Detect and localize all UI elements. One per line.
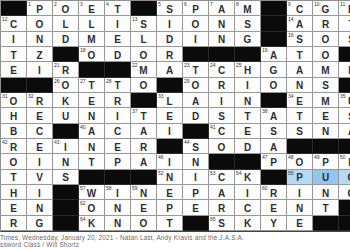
cell-letter: O bbox=[27, 19, 52, 30]
grid-cell[interactable]: R bbox=[1, 216, 27, 231]
black-cell bbox=[131, 93, 157, 108]
grid-cell[interactable]: 18O bbox=[79, 47, 105, 62]
cell-letter: K bbox=[235, 173, 260, 184]
cell-letter: O bbox=[313, 50, 338, 61]
cell-letter: T bbox=[79, 81, 104, 92]
grid-cell[interactable]: 50E bbox=[339, 154, 350, 169]
grid-cell[interactable]: I bbox=[235, 78, 261, 93]
grid-cell[interactable]: I bbox=[27, 154, 53, 169]
grid-cell[interactable]: N bbox=[235, 93, 261, 108]
grid-cell[interactable]: P bbox=[183, 185, 209, 200]
cell-letter: E bbox=[261, 203, 286, 214]
grid-cell[interactable]: E bbox=[105, 32, 131, 47]
cell-letter: C bbox=[105, 127, 130, 138]
grid-cell[interactable]: 7A bbox=[209, 1, 235, 16]
grid-cell[interactable]: 35U bbox=[339, 93, 350, 108]
black-cell bbox=[53, 124, 79, 139]
cell-letter: O bbox=[1, 157, 26, 168]
grid-cell[interactable]: 29O bbox=[183, 78, 209, 93]
grid-cell[interactable]: S bbox=[339, 32, 350, 47]
grid-cell[interactable]: N bbox=[209, 16, 235, 31]
cell-letter: T bbox=[105, 81, 130, 92]
cell-letter: O bbox=[79, 50, 104, 61]
grid-cell[interactable]: 22M bbox=[131, 62, 157, 77]
cell-letter: C bbox=[287, 4, 312, 15]
cell-letter: E bbox=[313, 111, 338, 122]
cell-letter: N bbox=[313, 188, 338, 199]
cell-letter: W bbox=[79, 188, 104, 199]
cell-letter: A bbox=[209, 4, 234, 15]
grid-cell[interactable]: E bbox=[131, 200, 157, 215]
cell-letter: Z bbox=[27, 50, 52, 61]
cell-letter: R bbox=[157, 50, 182, 61]
cell-letter: I bbox=[235, 188, 260, 199]
cell-letter: P bbox=[105, 157, 130, 168]
cell-letter: S bbox=[287, 127, 312, 138]
grid-cell[interactable]: N bbox=[53, 154, 79, 169]
cell-letter: N bbox=[27, 35, 52, 46]
grid-cell[interactable]: 16S bbox=[287, 32, 313, 47]
cell-letter: G bbox=[261, 65, 286, 76]
cell-letter: O bbox=[1, 96, 26, 107]
grid-cell[interactable]: E bbox=[27, 108, 53, 123]
cell-letter: S bbox=[131, 19, 156, 30]
grid-cell[interactable]: N bbox=[313, 185, 339, 200]
grid-cell[interactable]: I bbox=[105, 16, 131, 31]
grid-cell[interactable]: 59N bbox=[131, 185, 157, 200]
grid-cell[interactable]: E bbox=[27, 139, 53, 154]
grid-cell[interactable]: G bbox=[27, 216, 53, 231]
grid-cell[interactable]: S bbox=[339, 108, 350, 123]
cell-letter: T bbox=[157, 219, 182, 230]
grid-cell[interactable]: 9C bbox=[287, 1, 313, 16]
cell-letter: C bbox=[27, 127, 52, 138]
black-cell bbox=[53, 216, 79, 231]
grid-cell[interactable]: C bbox=[105, 124, 131, 139]
grid-cell[interactable]: E bbox=[1, 62, 27, 77]
cell-letter: D bbox=[105, 50, 130, 61]
grid-cell[interactable]: P bbox=[157, 200, 183, 215]
cell-letter: I bbox=[53, 142, 78, 153]
cell-letter: O bbox=[53, 4, 78, 15]
grid-cell[interactable]: 34E bbox=[287, 93, 313, 108]
cell-letter: R bbox=[209, 81, 234, 92]
grid-cell[interactable]: E bbox=[105, 139, 131, 154]
cell-letter: E bbox=[131, 203, 156, 214]
grid-cell[interactable]: T bbox=[235, 108, 261, 123]
grid-cell[interactable]: I bbox=[157, 16, 183, 31]
cell-letter: R bbox=[27, 96, 52, 107]
grid-cell[interactable]: N bbox=[105, 200, 131, 215]
grid-cell[interactable]: U bbox=[53, 108, 79, 123]
black-cell bbox=[79, 62, 105, 77]
grid-cell[interactable]: 48O bbox=[287, 154, 313, 169]
grid-cell[interactable]: O bbox=[183, 16, 209, 31]
grid-cell[interactable]: 55P bbox=[287, 170, 313, 185]
grid-cell[interactable]: A bbox=[131, 124, 157, 139]
grid-cell[interactable]: D bbox=[235, 139, 261, 154]
grid-cell[interactable]: S bbox=[53, 170, 79, 185]
grid-cell[interactable]: A bbox=[339, 124, 350, 139]
cell-letter: P bbox=[183, 4, 208, 15]
cell-letter: T bbox=[339, 19, 350, 30]
black-cell bbox=[105, 170, 131, 185]
grid-cell[interactable]: O bbox=[261, 78, 287, 93]
grid-cell[interactable]: R bbox=[313, 16, 339, 31]
grid-cell[interactable]: E bbox=[261, 200, 287, 215]
cell-letter: E bbox=[105, 35, 130, 46]
grid-cell[interactable]: E bbox=[235, 124, 261, 139]
grid-cell[interactable]: 46I bbox=[157, 154, 183, 169]
cell-letter: N bbox=[79, 111, 104, 122]
grid-cell[interactable]: I bbox=[183, 170, 209, 185]
cell-letter: O bbox=[209, 142, 234, 153]
grid-cell[interactable]: E bbox=[157, 185, 183, 200]
grid-cell[interactable]: R bbox=[209, 78, 235, 93]
cell-letter: P bbox=[183, 188, 208, 199]
cell-letter: I bbox=[105, 19, 130, 30]
black-cell bbox=[53, 185, 79, 200]
grid-cell[interactable]: N bbox=[79, 139, 105, 154]
grid-cell[interactable]: I bbox=[287, 185, 313, 200]
grid-cell[interactable]: B bbox=[1, 124, 27, 139]
cell-letter: A bbox=[287, 19, 312, 30]
grid-cell[interactable]: E bbox=[157, 108, 183, 123]
grid-cell[interactable]: E bbox=[339, 62, 350, 77]
cell-letter: O bbox=[131, 81, 156, 92]
grid-cell[interactable]: Y bbox=[261, 216, 287, 231]
cell-letter: M bbox=[313, 96, 338, 107]
black-cell bbox=[183, 124, 209, 139]
cell-letter: M bbox=[79, 35, 104, 46]
black-cell bbox=[105, 62, 131, 77]
cell-letter: S bbox=[157, 4, 182, 15]
grid-cell[interactable]: 1P bbox=[27, 1, 53, 16]
cell-letter: S bbox=[209, 219, 234, 230]
grid-cell[interactable]: L bbox=[79, 16, 105, 31]
cell-letter: N bbox=[209, 35, 234, 46]
grid-cell[interactable]: O bbox=[131, 78, 157, 93]
grid-cell[interactable]: 38A bbox=[261, 108, 287, 123]
grid-cell[interactable]: N bbox=[313, 124, 339, 139]
cell-letter: N bbox=[157, 173, 182, 184]
grid-cell[interactable]: A bbox=[209, 185, 235, 200]
cell-letter: U bbox=[53, 111, 78, 122]
grid-cell[interactable]: H bbox=[1, 108, 27, 123]
grid-cell[interactable]: A bbox=[131, 154, 157, 169]
grid-cell[interactable]: 26O bbox=[53, 78, 79, 93]
black-cell bbox=[261, 170, 287, 185]
grid-cell[interactable]: N bbox=[209, 32, 235, 47]
grid-cell[interactable]: S bbox=[261, 124, 287, 139]
grid-cell[interactable]: T bbox=[79, 154, 105, 169]
grid-cell[interactable]: T bbox=[157, 216, 183, 231]
cell-letter: D bbox=[53, 35, 78, 46]
black-cell bbox=[313, 216, 339, 231]
grid-cell[interactable]: N bbox=[79, 108, 105, 123]
grid-cell[interactable]: 13S bbox=[131, 16, 157, 31]
caption-line-1: Times, Wednesday, January 20, 2021 - Nat… bbox=[0, 234, 350, 241]
cell-letter: P bbox=[287, 173, 312, 184]
cell-letter: A bbox=[79, 127, 104, 138]
cell-letter: N bbox=[27, 203, 52, 214]
grid-cell[interactable]: S bbox=[313, 78, 339, 93]
grid-cell[interactable]: 10G bbox=[313, 1, 339, 16]
grid-cell[interactable]: 25H bbox=[235, 62, 261, 77]
grid-cell[interactable]: T bbox=[287, 47, 313, 62]
cell-letter: E bbox=[27, 142, 52, 153]
grid-cell[interactable]: N bbox=[287, 78, 313, 93]
grid-cell[interactable]: 23T bbox=[183, 62, 209, 77]
cell-letter: E bbox=[287, 96, 312, 107]
grid-cell[interactable]: R bbox=[105, 93, 131, 108]
cell-letter: H bbox=[1, 111, 26, 122]
black-cell bbox=[131, 1, 157, 16]
grid-cell[interactable]: R bbox=[209, 200, 235, 215]
cell-letter: P bbox=[157, 203, 182, 214]
black-cell bbox=[261, 16, 287, 31]
grid-cell[interactable]: 57W bbox=[79, 185, 105, 200]
grid-cell[interactable]: 14A bbox=[287, 16, 313, 31]
cell-letter: L bbox=[131, 35, 156, 46]
cell-letter: A bbox=[261, 142, 286, 153]
black-cell bbox=[157, 139, 183, 154]
grid-cell[interactable]: N bbox=[27, 32, 53, 47]
grid-cell[interactable]: Z bbox=[27, 47, 53, 62]
grid-cell[interactable]: 52N bbox=[157, 170, 183, 185]
grid-cell[interactable]: 54K bbox=[235, 170, 261, 185]
cell-letter: I bbox=[27, 157, 52, 168]
grid-cell[interactable]: 64K bbox=[79, 216, 105, 231]
grid-cell[interactable]: L bbox=[131, 32, 157, 47]
black-cell bbox=[339, 47, 350, 62]
cell-letter: N bbox=[105, 203, 130, 214]
grid-cell[interactable]: E bbox=[287, 216, 313, 231]
cell-letter: M bbox=[313, 65, 338, 76]
grid-cell[interactable]: A bbox=[183, 93, 209, 108]
cell-letter: G bbox=[27, 219, 52, 230]
cell-letter: E bbox=[105, 142, 130, 153]
grid-cell[interactable]: R bbox=[157, 47, 183, 62]
grid-cell[interactable]: I bbox=[105, 108, 131, 123]
grid-cell[interactable]: T bbox=[1, 47, 27, 62]
grid-cell[interactable]: 24C bbox=[209, 62, 235, 77]
grid-cell[interactable]: 31O bbox=[1, 93, 27, 108]
grid-cell[interactable]: I bbox=[183, 32, 209, 47]
grid-cell[interactable]: T bbox=[339, 16, 350, 31]
grid-cell[interactable]: M bbox=[313, 93, 339, 108]
grid-cell[interactable]: 21R bbox=[53, 62, 79, 77]
grid-cell[interactable]: O bbox=[1, 154, 27, 169]
cell-letter: L bbox=[53, 19, 78, 30]
grid-cell[interactable]: 5S bbox=[157, 1, 183, 16]
grid-cell[interactable]: N bbox=[287, 200, 313, 215]
grid-cell[interactable]: 3E bbox=[79, 1, 105, 16]
cell-letter: N bbox=[235, 96, 260, 107]
grid-cell[interactable]: 37T bbox=[131, 108, 157, 123]
black-cell bbox=[261, 32, 287, 47]
grid-cell[interactable]: 58I bbox=[105, 185, 131, 200]
cell-letter: K bbox=[79, 219, 104, 230]
grid-cell[interactable]: I bbox=[235, 185, 261, 200]
grid-cell[interactable]: O bbox=[27, 16, 53, 31]
grid-cell[interactable]: V bbox=[27, 170, 53, 185]
cell-letter: T bbox=[235, 111, 260, 122]
grid-cell[interactable]: 49P bbox=[313, 154, 339, 169]
cell-letter: D bbox=[235, 142, 260, 153]
grid-cell[interactable]: 4T bbox=[105, 1, 131, 16]
black-cell bbox=[339, 200, 350, 215]
cell-letter: E bbox=[235, 127, 260, 138]
grid-cell[interactable]: S bbox=[209, 108, 235, 123]
grid-cell[interactable]: G bbox=[261, 62, 287, 77]
cell-letter: E bbox=[339, 65, 350, 76]
grid-cell[interactable]: N bbox=[105, 216, 131, 231]
grid-cell[interactable]: D bbox=[53, 32, 79, 47]
grid-cell[interactable]: I bbox=[209, 93, 235, 108]
cell-letter: T bbox=[1, 173, 26, 184]
cell-letter: R bbox=[313, 19, 338, 30]
grid-cell[interactable]: A bbox=[261, 139, 287, 154]
cell-letter: O bbox=[287, 157, 312, 168]
cell-letter: N bbox=[287, 81, 312, 92]
cell-letter: O bbox=[53, 81, 78, 92]
cell-letter: S bbox=[261, 127, 286, 138]
grid-cell[interactable]: 11B bbox=[339, 1, 350, 16]
cell-letter: I bbox=[183, 173, 208, 184]
grid-cell[interactable]: K bbox=[235, 216, 261, 231]
grid-cell[interactable]: 62O bbox=[79, 200, 105, 215]
grid-cell[interactable]: I bbox=[27, 62, 53, 77]
grid-cell[interactable]: I bbox=[27, 185, 53, 200]
cell-letter: P bbox=[261, 157, 286, 168]
grid-cell[interactable]: O bbox=[313, 32, 339, 47]
grid-cell[interactable]: G bbox=[339, 185, 350, 200]
cell-letter: N bbox=[209, 19, 234, 30]
cell-letter: R bbox=[1, 142, 26, 153]
cell-letter: O bbox=[131, 50, 156, 61]
black-cell bbox=[235, 47, 261, 62]
grid-cell[interactable]: A bbox=[287, 62, 313, 77]
grid-cell[interactable]: 19A bbox=[261, 47, 287, 62]
grid-cell[interactable]: 33L bbox=[157, 93, 183, 108]
grid-cell[interactable]: 44S bbox=[183, 139, 209, 154]
grid-cell[interactable]: T bbox=[313, 200, 339, 215]
grid-cell[interactable]: I bbox=[1, 32, 27, 47]
grid-cell[interactable]: 27T bbox=[79, 78, 105, 93]
grid-cell[interactable]: O bbox=[131, 47, 157, 62]
cell-letter: C bbox=[209, 173, 234, 184]
grid-cell[interactable]: M bbox=[313, 62, 339, 77]
cell-letter: L bbox=[157, 96, 182, 107]
black-cell bbox=[261, 1, 287, 16]
grid-cell[interactable]: K bbox=[53, 93, 79, 108]
grid-cell[interactable]: E bbox=[79, 93, 105, 108]
cell-letter: L bbox=[79, 19, 104, 30]
cell-letter: S bbox=[235, 19, 260, 30]
cell-letter: E bbox=[287, 219, 312, 230]
grid-cell[interactable]: M bbox=[79, 32, 105, 47]
cell-letter: I bbox=[157, 157, 182, 168]
black-cell bbox=[235, 154, 261, 169]
grid-cell[interactable]: 28T bbox=[105, 78, 131, 93]
grid-cell[interactable]: G bbox=[235, 32, 261, 47]
grid-cell[interactable]: 8M bbox=[235, 1, 261, 16]
grid-cell[interactable]: 40A bbox=[79, 124, 105, 139]
grid-cell[interactable]: C bbox=[235, 200, 261, 215]
cell-letter: D bbox=[157, 35, 182, 46]
black-cell bbox=[339, 78, 350, 93]
grid-cell[interactable]: 6P bbox=[183, 1, 209, 16]
cell-letter: P bbox=[27, 4, 52, 15]
grid-cell[interactable]: 32R bbox=[27, 93, 53, 108]
grid-cell[interactable]: U bbox=[313, 170, 339, 185]
cell-letter: I bbox=[183, 35, 208, 46]
cell-letter: N bbox=[183, 157, 208, 168]
grid-cell[interactable]: A bbox=[157, 62, 183, 77]
grid-cell[interactable]: 43I bbox=[53, 139, 79, 154]
cell-letter: R bbox=[261, 188, 286, 199]
grid-cell[interactable]: 2O bbox=[53, 1, 79, 16]
grid-cell[interactable]: E bbox=[1, 200, 27, 215]
grid-cell[interactable]: C bbox=[27, 124, 53, 139]
cell-letter: N bbox=[313, 127, 338, 138]
grid-cell[interactable]: 42R bbox=[1, 139, 27, 154]
cell-letter: I bbox=[209, 96, 234, 107]
grid-cell[interactable]: 47P bbox=[261, 154, 287, 169]
grid-cell[interactable]: S bbox=[287, 124, 313, 139]
grid-cell[interactable]: 60R bbox=[261, 185, 287, 200]
grid-cell[interactable]: 12C bbox=[1, 16, 27, 31]
cell-letter: R bbox=[1, 219, 26, 230]
cell-letter: B bbox=[1, 127, 26, 138]
grid-cell[interactable]: E bbox=[313, 108, 339, 123]
grid-cell[interactable]: O bbox=[313, 47, 339, 62]
grid-cell[interactable]: L bbox=[53, 16, 79, 31]
cell-letter: A bbox=[131, 127, 156, 138]
grid-cell[interactable]: N bbox=[183, 154, 209, 169]
grid-cell[interactable]: N bbox=[27, 200, 53, 215]
cell-letter: T bbox=[183, 65, 208, 76]
black-cell bbox=[53, 200, 79, 215]
grid-cell[interactable]: G bbox=[339, 170, 350, 185]
puzzle-caption: Times, Wednesday, January 20, 2021 - Nat… bbox=[0, 234, 350, 249]
grid-cell[interactable]: D bbox=[183, 108, 209, 123]
grid-cell[interactable]: S bbox=[235, 16, 261, 31]
cell-letter: S bbox=[53, 173, 78, 184]
grid-cell[interactable]: T bbox=[1, 170, 27, 185]
grid-cell[interactable]: T bbox=[287, 108, 313, 123]
grid-cell[interactable]: 53C bbox=[209, 170, 235, 185]
grid-cell[interactable]: 41C bbox=[209, 124, 235, 139]
cell-letter: A bbox=[287, 65, 312, 76]
cell-letter: P bbox=[313, 157, 338, 168]
grid-cell[interactable]: O bbox=[209, 139, 235, 154]
grid-cell[interactable]: O bbox=[131, 216, 157, 231]
black-cell bbox=[209, 47, 235, 62]
grid-cell[interactable]: D bbox=[105, 47, 131, 62]
grid-cell[interactable]: R bbox=[131, 139, 157, 154]
grid-cell[interactable]: P bbox=[105, 154, 131, 169]
grid-cell[interactable]: E bbox=[183, 200, 209, 215]
grid-cell[interactable]: D bbox=[157, 32, 183, 47]
cell-letter: D bbox=[183, 111, 208, 122]
grid-cell[interactable]: H bbox=[1, 185, 27, 200]
grid-cell[interactable]: I bbox=[157, 124, 183, 139]
cell-letter: S bbox=[287, 35, 312, 46]
cell-letter: E bbox=[1, 65, 26, 76]
grid-cell[interactable]: 65S bbox=[209, 216, 235, 231]
